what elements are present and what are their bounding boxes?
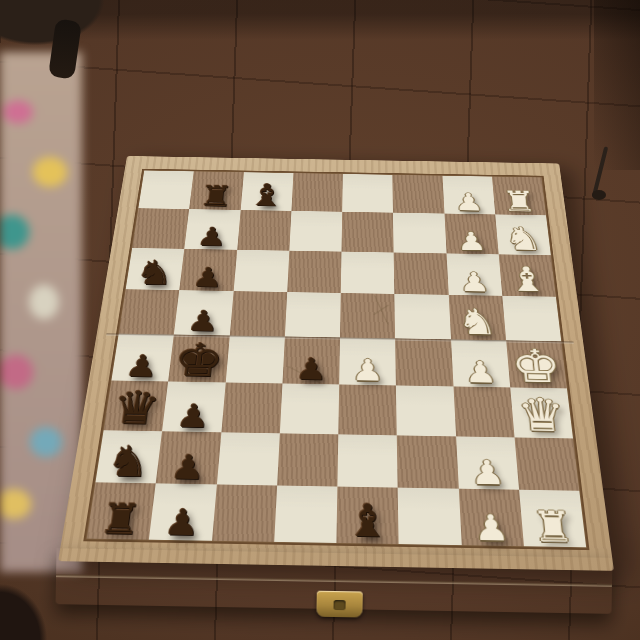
square-a5[interactable] — [274, 486, 337, 543]
square-g3[interactable] — [393, 213, 446, 254]
black-rook-h7[interactable]: ♜ — [198, 183, 234, 209]
square-f8[interactable]: ♞ — [126, 248, 185, 291]
white-pawn-h2[interactable]: ♟ — [454, 191, 484, 213]
square-a4[interactable]: ♝ — [336, 487, 398, 544]
white-pawn-g2[interactable]: ♟ — [456, 230, 487, 254]
black-bishop-h6[interactable]: ♝ — [247, 182, 285, 210]
white-pawn-b2[interactable]: ♟ — [470, 457, 506, 488]
square-a8[interactable]: ♜ — [87, 483, 156, 540]
black-pawn-d5[interactable]: ♟ — [295, 355, 328, 383]
square-h3[interactable] — [392, 175, 444, 214]
black-queen-c8[interactable]: ♛ — [109, 387, 162, 429]
square-b5[interactable] — [277, 433, 338, 487]
white-pawn-d4[interactable]: ♟ — [352, 356, 384, 384]
square-h1[interactable]: ♜ — [492, 177, 546, 216]
square-e5[interactable] — [285, 292, 341, 337]
square-f6[interactable] — [233, 249, 289, 292]
white-pawn-d2[interactable]: ♟ — [464, 358, 498, 386]
square-c2[interactable] — [453, 386, 514, 437]
square-h7[interactable]: ♜ — [189, 171, 243, 209]
square-d1[interactable]: ♚ — [506, 340, 567, 388]
square-b7[interactable]: ♟ — [156, 431, 221, 485]
square-h4[interactable] — [342, 174, 393, 213]
black-rook-a8[interactable]: ♜ — [97, 499, 143, 538]
white-knight-e2[interactable]: ♞ — [456, 306, 498, 340]
black-pawn-c7[interactable]: ♟ — [175, 401, 211, 431]
board-frame: ♜♝♟♜♟♟♞♞♟♟♝♟♞♟♚♟♟♟♚♛♟♛♞♟♟♜♟♝♟♜ — [58, 156, 614, 571]
white-pawn-a2[interactable]: ♟ — [473, 512, 510, 546]
square-f3[interactable] — [394, 252, 448, 295]
square-c5[interactable] — [280, 383, 340, 434]
square-f2[interactable]: ♟ — [446, 253, 502, 296]
white-rook-a1[interactable]: ♜ — [531, 507, 576, 546]
square-a6[interactable] — [212, 485, 277, 542]
square-g6[interactable] — [237, 210, 291, 251]
square-h5[interactable] — [291, 173, 343, 211]
square-e1[interactable] — [502, 296, 561, 341]
square-c7[interactable]: ♟ — [162, 381, 225, 432]
square-d7[interactable]: ♚ — [168, 335, 229, 383]
square-d6[interactable] — [225, 335, 284, 383]
square-d8[interactable]: ♟ — [111, 334, 174, 382]
black-king-d7[interactable]: ♚ — [172, 339, 226, 382]
square-g5[interactable] — [289, 211, 342, 252]
black-pawn-e7[interactable]: ♟ — [186, 308, 220, 334]
black-knight-f8[interactable]: ♞ — [133, 258, 176, 290]
square-g1[interactable]: ♞ — [495, 214, 551, 255]
square-c4[interactable] — [338, 384, 397, 435]
black-pawn-g7[interactable]: ♟ — [196, 225, 228, 249]
white-knight-g1[interactable]: ♞ — [503, 224, 544, 254]
square-g4[interactable] — [341, 212, 393, 253]
square-h8[interactable] — [138, 171, 194, 209]
square-d3[interactable] — [395, 338, 453, 386]
black-bishop-a5[interactable]: ♝ — [345, 501, 390, 543]
square-a2[interactable]: ♟ — [458, 489, 523, 546]
square-a3[interactable] — [398, 488, 461, 545]
square-a1[interactable]: ♜ — [519, 490, 586, 547]
square-h6[interactable]: ♝ — [240, 172, 293, 210]
chess-box-board: ♜♝♟♜♟♟♞♞♟♟♝♟♞♟♚♟♟♟♚♛♟♛♞♟♟♜♟♝♟♜ — [58, 156, 614, 571]
white-queen-c1[interactable]: ♛ — [516, 394, 568, 437]
square-e6[interactable] — [229, 291, 287, 336]
square-c1[interactable]: ♛ — [510, 387, 573, 438]
black-pawn-d8[interactable]: ♟ — [124, 352, 160, 380]
box-lid-seam — [56, 574, 612, 587]
square-b3[interactable] — [397, 435, 458, 489]
square-e7[interactable]: ♟ — [174, 290, 233, 335]
twig-on-table — [592, 190, 606, 200]
white-king-d1[interactable]: ♚ — [510, 344, 564, 387]
black-pawn-f7[interactable]: ♟ — [191, 265, 224, 290]
white-pawn-f2[interactable]: ♟ — [458, 270, 490, 295]
box-front-face — [56, 548, 613, 614]
square-d4[interactable]: ♟ — [339, 337, 396, 385]
square-f7[interactable]: ♟ — [179, 249, 236, 292]
square-g7[interactable]: ♟ — [185, 209, 241, 250]
square-b1[interactable] — [514, 437, 579, 491]
square-a7[interactable]: ♟ — [149, 484, 216, 541]
board-grid: ♜♝♟♜♟♟♞♞♟♟♝♟♞♟♚♟♟♟♚♛♟♛♞♟♟♜♟♝♟♜ — [86, 170, 588, 548]
square-b4[interactable] — [337, 434, 397, 488]
square-g8[interactable] — [132, 208, 189, 248]
photo-of-chess-set: ♜♝♟♜♟♟♞♞♟♟♝♟♞♟♚♟♟♟♚♛♟♛♞♟♟♜♟♝♟♜ — [0, 0, 640, 640]
square-c3[interactable] — [396, 385, 456, 436]
black-pawn-b7[interactable]: ♟ — [169, 452, 206, 483]
square-b8[interactable]: ♞ — [95, 430, 162, 484]
white-bishop-f1[interactable]: ♝ — [507, 264, 549, 296]
square-d2[interactable]: ♟ — [451, 339, 510, 387]
square-e8[interactable] — [119, 289, 180, 334]
square-b6[interactable] — [216, 432, 279, 486]
brass-clasp — [317, 591, 363, 618]
square-c6[interactable] — [221, 382, 282, 433]
black-knight-b8[interactable]: ♞ — [104, 443, 153, 483]
square-f5[interactable] — [287, 250, 342, 293]
square-b2[interactable]: ♟ — [456, 436, 519, 490]
square-e3[interactable] — [395, 294, 451, 339]
square-f1[interactable]: ♝ — [498, 254, 555, 297]
square-g2[interactable]: ♟ — [444, 213, 498, 254]
square-h2[interactable]: ♟ — [442, 176, 495, 215]
square-f4[interactable] — [341, 251, 395, 294]
table-shadow — [594, 0, 640, 170]
mosaic-border: ♜♝♟♜♟♟♞♞♟♟♝♟♞♟♚♟♟♟♚♛♟♛♞♟♟♜♟♝♟♜ — [83, 169, 589, 550]
square-e2[interactable]: ♞ — [448, 295, 506, 340]
black-pawn-a7[interactable]: ♟ — [163, 506, 201, 539]
white-rook-h1[interactable]: ♜ — [501, 188, 537, 214]
square-c8[interactable]: ♛ — [104, 380, 169, 431]
